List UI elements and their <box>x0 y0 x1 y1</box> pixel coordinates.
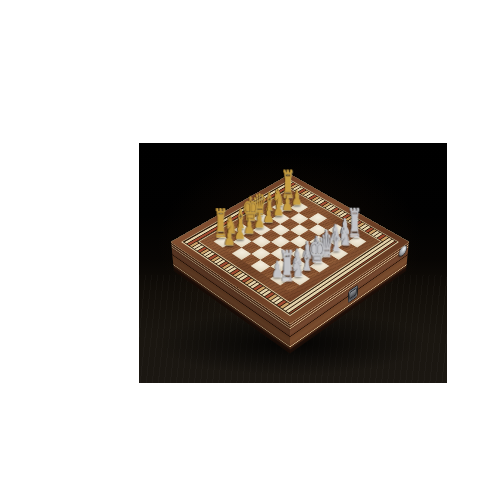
latch-clasp-icon <box>349 286 358 303</box>
gold-pawn: ♟ <box>282 194 293 214</box>
chess-board: ♜♟♟♜♞♟♟♞♝♟♟♝♛♟♟♛♚♟♟♚♝♟♟♝♞♟♟♞♜♟♟♜ <box>214 197 367 292</box>
scene-3d: ♜♟♟♜♞♟♟♞♝♟♟♝♛♟♟♛♚♟♟♚♝♟♟♝♞♟♟♞♜♟♟♜ <box>139 143 447 383</box>
gold-pawn: ♟ <box>224 228 235 249</box>
gold-pawn: ♟ <box>244 216 255 237</box>
silver-rook: ♜ <box>280 245 295 287</box>
gold-pawn: ♟ <box>292 189 303 209</box>
gold-pawn: ♟ <box>273 199 284 219</box>
gold-pawn: ♟ <box>263 205 274 226</box>
page: { "game": "chess", "scene": { "descripti… <box>0 0 500 500</box>
gold-pawn: ♟ <box>254 210 265 231</box>
square <box>281 230 300 242</box>
chess-set-photo: ♜♟♟♜♞♟♟♞♝♟♟♝♛♟♟♛♚♟♟♚♝♟♟♝♞♟♟♞♜♟♟♜ <box>139 143 447 383</box>
gold-pawn: ♟ <box>234 222 245 243</box>
chess-box: ♜♟♟♜♞♟♟♞♝♟♟♝♛♟♟♛♚♟♟♚♝♟♟♝♞♟♟♞♜♟♟♜ <box>171 174 409 323</box>
board-top-face: ♜♟♟♜♞♟♟♞♝♟♟♝♛♟♟♛♚♟♟♚♝♟♟♝♞♟♟♞♜♟♟♜ <box>171 174 409 323</box>
